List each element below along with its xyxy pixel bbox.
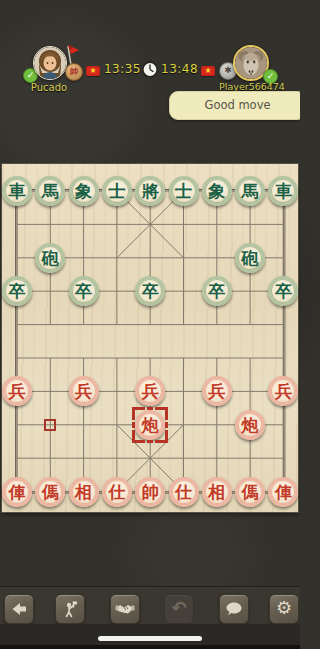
back-button[interactable] <box>4 594 34 624</box>
undo-icon: ↶ <box>165 595 193 621</box>
settings-button[interactable]: ⚙ <box>269 594 299 624</box>
piece-black-象[interactable]: 象 <box>202 176 232 206</box>
piece-red-相[interactable]: 相 <box>202 477 232 507</box>
piece-black-卒[interactable]: 卒 <box>69 276 99 306</box>
piece-red-帥[interactable]: 帥 <box>135 477 165 507</box>
chat-bubble-icon <box>225 600 243 618</box>
xiangqi-board[interactable]: 車馬象士將士象馬車砲砲卒卒卒卒卒兵兵兵兵兵炮炮俥傌相仕帥仕相傌俥 <box>2 164 298 512</box>
resign-button[interactable] <box>55 594 85 624</box>
draw-handshake-icon <box>115 600 135 618</box>
piece-red-傌[interactable]: 傌 <box>35 477 65 507</box>
piece-black-士[interactable]: 士 <box>169 176 199 206</box>
piece-black-將[interactable]: 將 <box>135 176 165 206</box>
piece-red-相[interactable]: 相 <box>69 477 99 507</box>
piece-red-俥[interactable]: 俥 <box>268 477 298 507</box>
chat-button[interactable] <box>219 594 249 624</box>
piece-black-馬[interactable]: 馬 <box>235 176 265 206</box>
board-grid-lines <box>2 164 298 512</box>
undo-move-button[interactable]: ↶ <box>164 594 194 624</box>
clock-time-left: 13:35 <box>103 62 141 76</box>
vietnam-flag-left-icon: ★ <box>86 66 100 76</box>
piece-black-象[interactable]: 象 <box>69 176 99 206</box>
avatar-left-player[interactable] <box>33 46 67 80</box>
piece-black-砲[interactable]: 砲 <box>235 243 265 273</box>
piece-red-兵[interactable]: 兵 <box>202 376 232 406</box>
resign-person-icon <box>61 600 79 618</box>
last-move-to-marker <box>132 407 168 443</box>
piece-red-炮[interactable]: 炮 <box>235 410 265 440</box>
bottom-toolbar: ↶ ⚙ <box>0 586 300 626</box>
rank-medal-left-icon: 帥 <box>65 63 83 81</box>
player-name-left: Pucado <box>9 82 89 93</box>
chat-message-text: Good move <box>170 92 300 118</box>
piece-red-傌[interactable]: 傌 <box>235 477 265 507</box>
piece-red-仕[interactable]: 仕 <box>169 477 199 507</box>
piece-black-砲[interactable]: 砲 <box>35 243 65 273</box>
home-indicator[interactable] <box>98 636 202 641</box>
chat-message-bubble: Good move <box>169 91 300 120</box>
bottom-edge <box>0 645 300 649</box>
last-move-from-marker <box>44 419 56 431</box>
piece-red-仕[interactable]: 仕 <box>102 477 132 507</box>
piece-red-兵[interactable]: 兵 <box>69 376 99 406</box>
offer-draw-button[interactable] <box>110 594 140 624</box>
piece-black-卒[interactable]: 卒 <box>2 276 32 306</box>
piece-black-士[interactable]: 士 <box>102 176 132 206</box>
vietnam-flag-right-icon: ★ <box>201 66 215 76</box>
piece-red-俥[interactable]: 俥 <box>2 477 32 507</box>
piece-black-卒[interactable]: 卒 <box>202 276 232 306</box>
clock-time-right: 13:48 <box>161 62 199 76</box>
back-arrow-icon <box>10 600 28 618</box>
clock-icon <box>141 60 159 78</box>
settings-gear-icon: ⚙ <box>270 595 298 621</box>
woman-avatar-image <box>34 47 66 79</box>
piece-black-車[interactable]: 車 <box>2 176 32 206</box>
